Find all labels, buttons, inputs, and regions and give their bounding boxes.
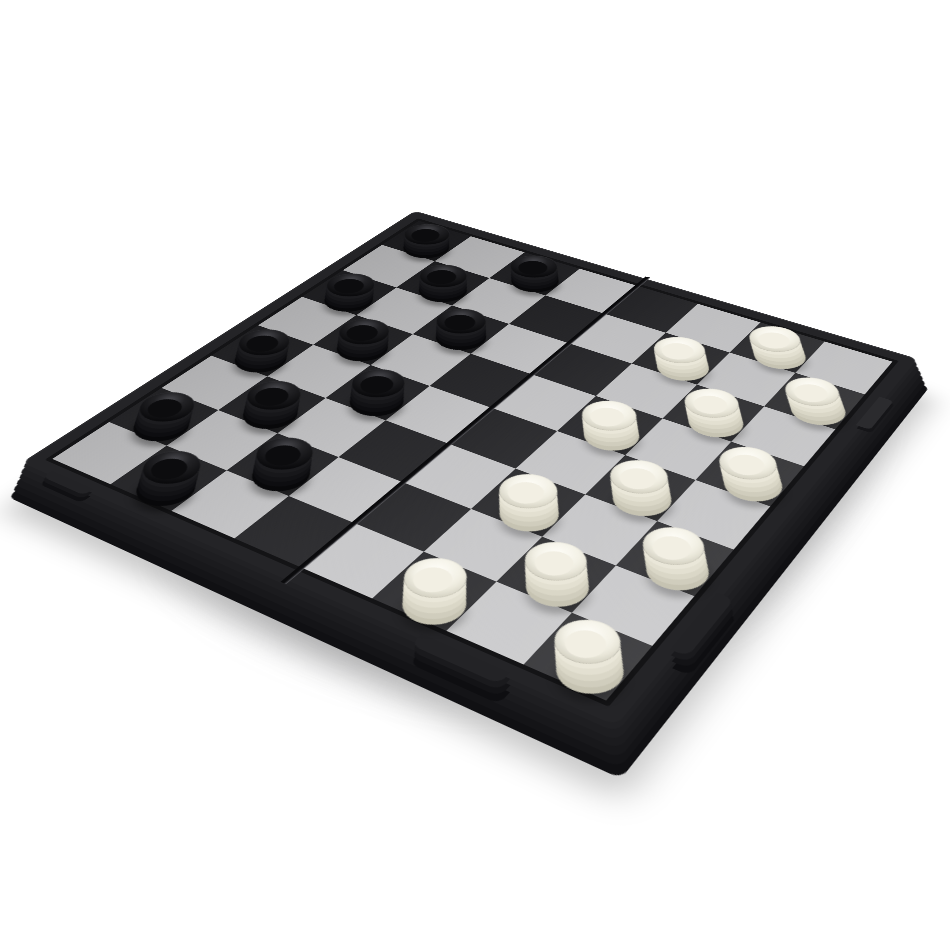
black-man-glyph: ● bbox=[325, 273, 376, 297]
checkers-board: ●●●●●●●●●●●●●●●●●●●●●●●● bbox=[22, 211, 918, 726]
white-man-glyph: ● bbox=[610, 459, 669, 495]
black-man-glyph: ● bbox=[245, 380, 302, 411]
checker-black: ● bbox=[245, 432, 325, 476]
white-man-glyph: ● bbox=[498, 473, 558, 510]
checker-black: ● bbox=[502, 252, 566, 282]
white-man-glyph: ● bbox=[643, 526, 705, 566]
white-man-glyph: ● bbox=[653, 336, 705, 364]
checker-black: ● bbox=[411, 260, 477, 291]
checker-black: ● bbox=[342, 364, 416, 403]
checker-white: ● bbox=[777, 372, 848, 411]
checker-white: ● bbox=[710, 441, 786, 486]
checker-black: ● bbox=[131, 445, 213, 490]
checker-black: ● bbox=[317, 269, 384, 301]
checker-white: ● bbox=[572, 395, 646, 436]
checker-white: ● bbox=[600, 454, 678, 500]
checker-black: ● bbox=[236, 375, 312, 415]
white-man-glyph: ● bbox=[581, 400, 637, 432]
black-man-glyph: ● bbox=[255, 437, 315, 471]
checker-white: ● bbox=[741, 322, 809, 357]
white-man-glyph: ● bbox=[553, 618, 621, 665]
checker-black: ● bbox=[396, 220, 459, 248]
pieces-layer: ●●●●●●●●●●●●●●●●●●●●●●●● bbox=[52, 221, 892, 701]
product-photo-scene: ●●●●●●●●●●●●●●●●●●●●●●●● bbox=[0, 0, 950, 950]
checker-white: ● bbox=[513, 535, 598, 589]
black-man-glyph: ● bbox=[140, 450, 202, 485]
checker-white: ● bbox=[391, 551, 478, 606]
black-man-glyph: ● bbox=[351, 368, 407, 398]
checker-white: ● bbox=[645, 332, 714, 368]
white-man-glyph: ● bbox=[685, 388, 739, 419]
black-man-glyph: ● bbox=[510, 255, 558, 278]
black-man-glyph: ● bbox=[419, 264, 468, 288]
checker-black: ● bbox=[229, 325, 301, 361]
checker-white: ● bbox=[542, 612, 633, 673]
black-man-glyph: ● bbox=[237, 328, 291, 356]
checker-black: ● bbox=[329, 314, 399, 349]
black-man-glyph: ● bbox=[435, 308, 487, 334]
black-man-glyph: ● bbox=[403, 223, 450, 245]
white-man-glyph: ● bbox=[786, 376, 839, 406]
checker-white: ● bbox=[488, 467, 568, 514]
white-man-glyph: ● bbox=[524, 541, 588, 582]
checker-black: ● bbox=[128, 387, 205, 428]
black-man-glyph: ● bbox=[337, 318, 390, 345]
checker-black: ● bbox=[427, 304, 496, 338]
checker-white: ● bbox=[675, 383, 748, 423]
checker-white: ● bbox=[632, 520, 715, 572]
white-man-glyph: ● bbox=[719, 446, 776, 481]
white-man-glyph: ● bbox=[402, 557, 468, 600]
